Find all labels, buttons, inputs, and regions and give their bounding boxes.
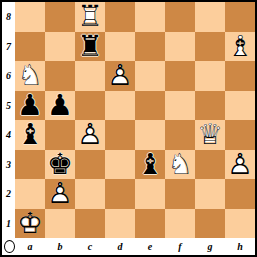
square-e8[interactable] — [135, 2, 165, 32]
chess-diagram: 87654321 ♜♖♜♝♗♞♘♟♙♟♟♝♟♙♛♕♚♝♞♘♟♙♟♙♚♔ abcd… — [0, 0, 257, 257]
rank-labels: 87654321 — [2, 2, 15, 238]
white-knight-outline: ♘ — [15, 61, 45, 91]
square-a4[interactable]: ♝ — [15, 120, 45, 150]
file-label-a: a — [15, 238, 45, 255]
chess-board: ♜♖♜♝♗♞♘♟♙♟♟♝♟♙♛♕♚♝♞♘♟♙♟♙♚♔ — [15, 2, 255, 238]
square-f8[interactable] — [165, 2, 195, 32]
file-label-f: f — [165, 238, 195, 255]
square-c6[interactable] — [75, 61, 105, 91]
rank-label-6: 6 — [2, 61, 15, 91]
square-f3[interactable]: ♞♘ — [165, 150, 195, 180]
white-pawn[interactable]: ♟♙ — [225, 150, 255, 180]
move-indicator-area — [2, 238, 15, 255]
square-h3[interactable]: ♟♙ — [225, 150, 255, 180]
square-f6[interactable] — [165, 61, 195, 91]
square-b2[interactable]: ♟♙ — [45, 179, 75, 209]
square-g4[interactable]: ♛♕ — [195, 120, 225, 150]
square-a3[interactable] — [15, 150, 45, 180]
square-g6[interactable] — [195, 61, 225, 91]
square-d1[interactable] — [105, 209, 135, 239]
square-e2[interactable] — [135, 179, 165, 209]
square-h6[interactable] — [225, 61, 255, 91]
white-pawn-outline: ♙ — [75, 120, 105, 150]
square-a7[interactable] — [15, 32, 45, 62]
square-h4[interactable] — [225, 120, 255, 150]
white-rook-outline: ♖ — [75, 2, 105, 32]
square-g5[interactable] — [195, 91, 225, 121]
white-pawn-outline: ♙ — [105, 61, 135, 91]
square-c8[interactable]: ♜♖ — [75, 2, 105, 32]
rank-label-5: 5 — [2, 91, 15, 121]
square-f1[interactable] — [165, 209, 195, 239]
black-king[interactable]: ♚ — [45, 150, 75, 180]
square-a2[interactable] — [15, 179, 45, 209]
white-bishop-outline: ♗ — [225, 32, 255, 62]
square-h2[interactable] — [225, 179, 255, 209]
square-b1[interactable] — [45, 209, 75, 239]
square-h7[interactable]: ♝♗ — [225, 32, 255, 62]
file-label-g: g — [195, 238, 225, 255]
square-g3[interactable] — [195, 150, 225, 180]
square-a6[interactable]: ♞♘ — [15, 61, 45, 91]
white-pawn-outline: ♙ — [45, 179, 75, 209]
square-d7[interactable] — [105, 32, 135, 62]
white-pawn[interactable]: ♟♙ — [75, 120, 105, 150]
white-pawn[interactable]: ♟♙ — [45, 179, 75, 209]
square-d4[interactable] — [105, 120, 135, 150]
square-c5[interactable] — [75, 91, 105, 121]
square-c2[interactable] — [75, 179, 105, 209]
square-b6[interactable] — [45, 61, 75, 91]
square-d2[interactable] — [105, 179, 135, 209]
square-e7[interactable] — [135, 32, 165, 62]
rank-label-7: 7 — [2, 32, 15, 62]
square-e6[interactable] — [135, 61, 165, 91]
square-g7[interactable] — [195, 32, 225, 62]
file-label-h: h — [225, 238, 255, 255]
square-b8[interactable] — [45, 2, 75, 32]
square-h8[interactable] — [225, 2, 255, 32]
white-knight[interactable]: ♞♘ — [165, 150, 195, 180]
square-c1[interactable] — [75, 209, 105, 239]
square-d5[interactable] — [105, 91, 135, 121]
square-e3[interactable]: ♝ — [135, 150, 165, 180]
rank-label-8: 8 — [2, 2, 15, 32]
square-c4[interactable]: ♟♙ — [75, 120, 105, 150]
black-bishop[interactable]: ♝ — [135, 150, 165, 180]
square-f2[interactable] — [165, 179, 195, 209]
square-d3[interactable] — [105, 150, 135, 180]
file-labels: abcdefgh — [15, 238, 255, 255]
white-pawn[interactable]: ♟♙ — [105, 61, 135, 91]
white-king-outline: ♔ — [15, 209, 45, 239]
square-b7[interactable] — [45, 32, 75, 62]
square-b5[interactable]: ♟ — [45, 91, 75, 121]
white-queen-outline: ♕ — [195, 120, 225, 150]
square-d8[interactable] — [105, 2, 135, 32]
square-a5[interactable]: ♟ — [15, 91, 45, 121]
square-a1[interactable]: ♚♔ — [15, 209, 45, 239]
rank-label-3: 3 — [2, 150, 15, 180]
square-d6[interactable]: ♟♙ — [105, 61, 135, 91]
square-b3[interactable]: ♚ — [45, 150, 75, 180]
square-g2[interactable] — [195, 179, 225, 209]
white-king[interactable]: ♚♔ — [15, 209, 45, 239]
white-bishop[interactable]: ♝♗ — [225, 32, 255, 62]
black-pawn[interactable]: ♟ — [15, 91, 45, 121]
white-to-move-indicator — [4, 240, 15, 253]
black-pawn[interactable]: ♟ — [45, 91, 75, 121]
white-knight-outline: ♘ — [165, 150, 195, 180]
square-f7[interactable] — [165, 32, 195, 62]
file-label-e: e — [135, 238, 165, 255]
square-h5[interactable] — [225, 91, 255, 121]
file-label-b: b — [45, 238, 75, 255]
square-c7[interactable]: ♜ — [75, 32, 105, 62]
white-queen[interactable]: ♛♕ — [195, 120, 225, 150]
square-g1[interactable] — [195, 209, 225, 239]
square-e4[interactable] — [135, 120, 165, 150]
file-label-c: c — [75, 238, 105, 255]
square-b4[interactable] — [45, 120, 75, 150]
square-e1[interactable] — [135, 209, 165, 239]
white-pawn-outline: ♙ — [225, 150, 255, 180]
black-bishop[interactable]: ♝ — [15, 120, 45, 150]
square-h1[interactable] — [225, 209, 255, 239]
file-label-d: d — [105, 238, 135, 255]
square-c3[interactable] — [75, 150, 105, 180]
white-knight[interactable]: ♞♘ — [15, 61, 45, 91]
square-a8[interactable] — [15, 2, 45, 32]
rank-label-4: 4 — [2, 120, 15, 150]
square-g8[interactable] — [195, 2, 225, 32]
rank-label-2: 2 — [2, 179, 15, 209]
square-f4[interactable] — [165, 120, 195, 150]
white-rook[interactable]: ♜♖ — [75, 2, 105, 32]
square-e5[interactable] — [135, 91, 165, 121]
black-rook[interactable]: ♜ — [75, 32, 105, 62]
square-f5[interactable] — [165, 91, 195, 121]
rank-label-1: 1 — [2, 209, 15, 239]
